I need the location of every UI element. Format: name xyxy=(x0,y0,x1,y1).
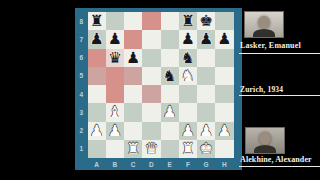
square-d1[interactable]: ♛ xyxy=(142,140,160,158)
square-a4[interactable] xyxy=(88,85,106,103)
square-c2[interactable] xyxy=(124,122,142,140)
square-c4[interactable] xyxy=(124,85,142,103)
square-g6[interactable] xyxy=(197,49,215,67)
divider-line xyxy=(239,95,320,96)
square-h3[interactable] xyxy=(215,103,233,121)
black-pawn-b7[interactable]: ♟ xyxy=(108,30,122,48)
divider-line xyxy=(239,166,320,167)
rank-label-6: 6 xyxy=(75,49,88,67)
black-rook-f8[interactable]: ♜ xyxy=(181,12,195,30)
square-g2[interactable]: ♟ xyxy=(197,122,215,140)
rank-label-8: 8 xyxy=(75,12,88,30)
square-g8[interactable]: ♚ xyxy=(197,12,215,30)
square-f4[interactable] xyxy=(179,85,197,103)
square-c5[interactable] xyxy=(124,67,142,85)
square-e4[interactable] xyxy=(161,85,179,103)
file-label-d: D xyxy=(142,159,160,170)
square-e1[interactable] xyxy=(161,140,179,158)
file-label-e: E xyxy=(161,159,179,170)
square-d7[interactable] xyxy=(142,30,160,48)
square-f3[interactable] xyxy=(179,103,197,121)
black-player-name: Lasker, Emanuel xyxy=(240,41,301,50)
square-b1[interactable] xyxy=(106,140,124,158)
square-a8[interactable]: ♜ xyxy=(88,12,106,30)
file-label-b: B xyxy=(106,159,124,170)
square-b3[interactable]: ♝ xyxy=(106,103,124,121)
lasker-portrait xyxy=(244,11,284,38)
square-d6[interactable] xyxy=(142,49,160,67)
portrait-torso xyxy=(254,145,276,154)
file-label-g: G xyxy=(197,159,215,170)
black-pawn-c6[interactable]: ♟ xyxy=(126,48,140,66)
square-e8[interactable] xyxy=(161,12,179,30)
white-pawn-b2[interactable]: ♟ xyxy=(108,121,122,139)
black-pawn-h7[interactable]: ♟ xyxy=(217,30,231,48)
square-e7[interactable] xyxy=(161,30,179,48)
black-pawn-f7[interactable]: ♟ xyxy=(181,30,195,48)
chess-board-frame: 87654321 ♜♜♚♟♟♟♟♟♛♟♞♞♞♝♟♟♟♟♟♟♜♛♜♚ ABCDEF… xyxy=(75,8,242,170)
alekhine-portrait xyxy=(245,127,285,154)
square-b8[interactable] xyxy=(106,12,124,30)
video-frame: 87654321 ♜♜♚♟♟♟♟♟♛♟♞♞♞♝♟♟♟♟♟♟♜♛♜♚ ABCDEF… xyxy=(0,0,320,180)
white-player-name: Alekhine, Alexander xyxy=(240,155,312,164)
square-b6[interactable]: ♛ xyxy=(106,49,124,67)
square-f2[interactable]: ♟ xyxy=(179,122,197,140)
square-h1[interactable] xyxy=(215,140,233,158)
chess-board[interactable]: ♜♜♚♟♟♟♟♟♛♟♞♞♞♝♟♟♟♟♟♟♜♛♜♚ xyxy=(88,12,234,158)
square-b4[interactable] xyxy=(106,85,124,103)
square-e2[interactable] xyxy=(161,122,179,140)
square-f5[interactable]: ♞ xyxy=(179,67,197,85)
square-g3[interactable] xyxy=(197,103,215,121)
square-d5[interactable] xyxy=(142,67,160,85)
white-pawn-f2[interactable]: ♟ xyxy=(181,121,195,139)
square-b5[interactable] xyxy=(106,67,124,85)
portrait-face xyxy=(258,16,270,29)
black-pawn-g7[interactable]: ♟ xyxy=(199,30,213,48)
square-c3[interactable] xyxy=(124,103,142,121)
white-bishop-b3[interactable]: ♝ xyxy=(108,103,122,121)
square-b7[interactable]: ♟ xyxy=(106,30,124,48)
square-a1[interactable] xyxy=(88,140,106,158)
white-pawn-a2[interactable]: ♟ xyxy=(90,121,104,139)
white-knight-f5[interactable]: ♞ xyxy=(181,66,195,84)
square-f1[interactable]: ♜ xyxy=(179,140,197,158)
rank-label-5: 5 xyxy=(75,67,88,85)
file-label-h: H xyxy=(215,159,233,170)
square-e6[interactable] xyxy=(161,49,179,67)
file-label-c: C xyxy=(124,159,142,170)
portrait-torso xyxy=(253,29,275,38)
black-rook-a8[interactable]: ♜ xyxy=(90,12,104,30)
square-d3[interactable] xyxy=(142,103,160,121)
file-label-a: A xyxy=(88,159,106,170)
white-rook-f1[interactable]: ♜ xyxy=(181,139,195,157)
black-queen-b6[interactable]: ♛ xyxy=(108,48,122,66)
square-e3[interactable]: ♟ xyxy=(161,103,179,121)
rank-labels: 87654321 xyxy=(75,12,88,158)
square-c6[interactable]: ♟ xyxy=(124,49,142,67)
square-g1[interactable]: ♚ xyxy=(197,140,215,158)
black-king-g8[interactable]: ♚ xyxy=(199,12,213,30)
white-queen-d1[interactable]: ♛ xyxy=(144,139,158,157)
square-g4[interactable] xyxy=(197,85,215,103)
divider-line xyxy=(239,53,320,54)
file-label-f: F xyxy=(179,159,197,170)
white-pawn-e3[interactable]: ♟ xyxy=(163,103,177,121)
square-d4[interactable] xyxy=(142,85,160,103)
square-b2[interactable]: ♟ xyxy=(106,122,124,140)
square-c1[interactable]: ♜ xyxy=(124,140,142,158)
rank-label-1: 1 xyxy=(75,140,88,158)
rank-label-2: 2 xyxy=(75,122,88,140)
rank-label-4: 4 xyxy=(75,85,88,103)
square-d8[interactable] xyxy=(142,12,160,30)
square-g5[interactable] xyxy=(197,67,215,85)
square-e5[interactable]: ♞ xyxy=(161,67,179,85)
white-rook-c1[interactable]: ♜ xyxy=(126,139,140,157)
rank-label-7: 7 xyxy=(75,30,88,48)
rank-label-3: 3 xyxy=(75,103,88,121)
square-f7[interactable]: ♟ xyxy=(179,30,197,48)
square-f6[interactable]: ♞ xyxy=(179,49,197,67)
portrait-face xyxy=(259,132,271,145)
square-a6[interactable] xyxy=(88,49,106,67)
white-pawn-g2[interactable]: ♟ xyxy=(199,121,213,139)
black-pawn-a7[interactable]: ♟ xyxy=(90,30,104,48)
square-h7[interactable]: ♟ xyxy=(215,30,233,48)
square-c7[interactable] xyxy=(124,30,142,48)
square-f8[interactable]: ♜ xyxy=(179,12,197,30)
square-h2[interactable]: ♟ xyxy=(215,122,233,140)
white-king-g1[interactable]: ♚ xyxy=(199,139,213,157)
square-c8[interactable] xyxy=(124,12,142,30)
square-a7[interactable]: ♟ xyxy=(88,30,106,48)
square-h4[interactable] xyxy=(215,85,233,103)
black-knight-f6[interactable]: ♞ xyxy=(181,48,195,66)
file-labels: ABCDEFGH xyxy=(88,159,234,170)
square-a2[interactable]: ♟ xyxy=(88,122,106,140)
square-a5[interactable] xyxy=(88,67,106,85)
square-g7[interactable]: ♟ xyxy=(197,30,215,48)
square-h5[interactable] xyxy=(215,67,233,85)
square-h6[interactable] xyxy=(215,49,233,67)
square-d2[interactable] xyxy=(142,122,160,140)
black-knight-e5[interactable]: ♞ xyxy=(163,66,177,84)
square-h8[interactable] xyxy=(215,12,233,30)
event-label: Zurich, 1934 xyxy=(240,85,283,94)
white-pawn-h2[interactable]: ♟ xyxy=(217,121,231,139)
square-a3[interactable] xyxy=(88,103,106,121)
